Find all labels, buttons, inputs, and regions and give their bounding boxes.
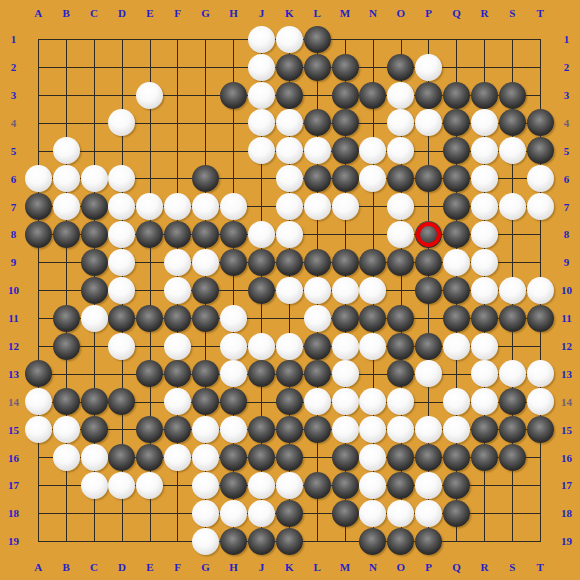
white-stone-M12: [332, 333, 359, 360]
black-stone-R16: [471, 444, 498, 471]
white-stone-J17: [248, 472, 275, 499]
col-label-top-C: C: [90, 7, 98, 19]
col-label-bottom-H: H: [229, 561, 238, 573]
white-stone-A6: [25, 165, 52, 192]
white-stone-C11: [81, 305, 108, 332]
row-label-right-19: 19: [561, 535, 572, 547]
white-stone-P17: [415, 472, 442, 499]
black-stone-S16: [499, 444, 526, 471]
white-stone-K10: [276, 277, 303, 304]
white-stone-R9: [471, 249, 498, 276]
white-stone-M7: [332, 193, 359, 220]
black-stone-T11: [527, 305, 554, 332]
black-stone-M18: [332, 500, 359, 527]
col-label-top-D: D: [118, 7, 126, 19]
white-stone-K1: [276, 26, 303, 53]
col-label-bottom-O: O: [397, 561, 406, 573]
black-stone-T4: [527, 109, 554, 136]
black-stone-H9: [220, 249, 247, 276]
black-stone-G10: [192, 277, 219, 304]
row-label-right-2: 2: [564, 61, 570, 73]
white-stone-P2: [415, 54, 442, 81]
white-stone-H11: [220, 305, 247, 332]
black-stone-A7: [25, 193, 52, 220]
white-stone-L5: [304, 137, 331, 164]
black-stone-K16: [276, 444, 303, 471]
black-stone-H16: [220, 444, 247, 471]
white-stone-T10: [527, 277, 554, 304]
col-label-top-A: A: [34, 7, 42, 19]
col-label-top-M: M: [340, 7, 350, 19]
black-stone-G8: [192, 221, 219, 248]
white-stone-M15: [332, 416, 359, 443]
white-stone-K12: [276, 333, 303, 360]
black-stone-Q10: [443, 277, 470, 304]
white-stone-F10: [164, 277, 191, 304]
white-stone-C17: [81, 472, 108, 499]
black-stone-J10: [248, 277, 275, 304]
last-move-marker: [416, 222, 441, 247]
white-stone-J2: [248, 54, 275, 81]
black-stone-P9: [415, 249, 442, 276]
black-stone-O11: [387, 305, 414, 332]
white-stone-R10: [471, 277, 498, 304]
black-stone-P19: [415, 528, 442, 555]
col-label-top-P: P: [425, 7, 432, 19]
row-label-left-3: 3: [11, 89, 17, 101]
black-stone-J19: [248, 528, 275, 555]
black-stone-K14: [276, 388, 303, 415]
black-stone-S3: [499, 82, 526, 109]
black-stone-E11: [136, 305, 163, 332]
white-stone-L7: [304, 193, 331, 220]
white-stone-H18: [220, 500, 247, 527]
black-stone-C9: [81, 249, 108, 276]
white-stone-H15: [220, 416, 247, 443]
black-stone-N3: [359, 82, 386, 109]
white-stone-T7: [527, 193, 554, 220]
row-label-left-5: 5: [11, 145, 17, 157]
col-label-bottom-E: E: [146, 561, 153, 573]
white-stone-D12: [108, 333, 135, 360]
col-label-top-L: L: [313, 7, 320, 19]
col-label-top-K: K: [285, 7, 294, 19]
black-stone-R15: [471, 416, 498, 443]
row-label-right-17: 17: [561, 479, 572, 491]
white-stone-J12: [248, 333, 275, 360]
white-stone-P18: [415, 500, 442, 527]
row-label-left-8: 8: [11, 228, 17, 240]
white-stone-R8: [471, 221, 498, 248]
black-stone-S11: [499, 305, 526, 332]
row-label-left-19: 19: [8, 535, 19, 547]
col-label-top-T: T: [537, 7, 544, 19]
black-stone-F11: [164, 305, 191, 332]
black-stone-G11: [192, 305, 219, 332]
row-label-left-12: 12: [8, 340, 19, 352]
col-label-top-S: S: [509, 7, 515, 19]
black-stone-N11: [359, 305, 386, 332]
black-stone-M17: [332, 472, 359, 499]
col-label-top-H: H: [229, 7, 238, 19]
white-stone-H12: [220, 333, 247, 360]
col-label-bottom-J: J: [259, 561, 265, 573]
row-label-left-13: 13: [8, 368, 19, 380]
black-stone-Q18: [443, 500, 470, 527]
row-label-right-18: 18: [561, 507, 572, 519]
white-stone-S5: [499, 137, 526, 164]
black-stone-K2: [276, 54, 303, 81]
black-stone-Q16: [443, 444, 470, 471]
white-stone-G18: [192, 500, 219, 527]
white-stone-T14: [527, 388, 554, 415]
white-stone-K17: [276, 472, 303, 499]
row-label-right-9: 9: [564, 256, 570, 268]
black-stone-C15: [81, 416, 108, 443]
row-label-right-13: 13: [561, 368, 572, 380]
black-stone-C8: [81, 221, 108, 248]
black-stone-B12: [53, 333, 80, 360]
white-stone-C16: [81, 444, 108, 471]
col-label-bottom-K: K: [285, 561, 294, 573]
row-label-right-8: 8: [564, 228, 570, 240]
black-stone-L15: [304, 416, 331, 443]
black-stone-O2: [387, 54, 414, 81]
black-stone-Q11: [443, 305, 470, 332]
row-label-right-12: 12: [561, 340, 572, 352]
black-stone-M6: [332, 165, 359, 192]
black-stone-N19: [359, 528, 386, 555]
white-stone-Q12: [443, 333, 470, 360]
white-stone-G9: [192, 249, 219, 276]
row-label-left-11: 11: [8, 312, 18, 324]
white-stone-R12: [471, 333, 498, 360]
black-stone-Q17: [443, 472, 470, 499]
black-stone-F8: [164, 221, 191, 248]
black-stone-R3: [471, 82, 498, 109]
white-stone-K4: [276, 109, 303, 136]
col-label-bottom-F: F: [174, 561, 181, 573]
row-label-right-5: 5: [564, 145, 570, 157]
black-stone-L4: [304, 109, 331, 136]
black-stone-K13: [276, 360, 303, 387]
black-stone-M3: [332, 82, 359, 109]
black-stone-Q8: [443, 221, 470, 248]
row-label-left-15: 15: [8, 424, 19, 436]
black-stone-Q3: [443, 82, 470, 109]
row-label-left-1: 1: [11, 33, 17, 45]
col-label-bottom-C: C: [90, 561, 98, 573]
black-stone-S14: [499, 388, 526, 415]
white-stone-M14: [332, 388, 359, 415]
col-label-bottom-N: N: [369, 561, 377, 573]
row-label-left-18: 18: [8, 507, 19, 519]
row-label-left-17: 17: [8, 479, 19, 491]
col-label-bottom-L: L: [313, 561, 320, 573]
col-label-bottom-B: B: [63, 561, 70, 573]
row-label-right-7: 7: [564, 201, 570, 213]
white-stone-F12: [164, 333, 191, 360]
row-label-right-1: 1: [564, 33, 570, 45]
black-stone-C10: [81, 277, 108, 304]
black-stone-J15: [248, 416, 275, 443]
row-label-right-4: 4: [564, 117, 570, 129]
white-stone-B5: [53, 137, 80, 164]
white-stone-J5: [248, 137, 275, 164]
black-stone-K9: [276, 249, 303, 276]
black-stone-L13: [304, 360, 331, 387]
white-stone-K6: [276, 165, 303, 192]
white-stone-T6: [527, 165, 554, 192]
white-stone-G16: [192, 444, 219, 471]
white-stone-H7: [220, 193, 247, 220]
black-stone-H19: [220, 528, 247, 555]
black-stone-K3: [276, 82, 303, 109]
black-stone-L17: [304, 472, 331, 499]
row-label-left-2: 2: [11, 61, 17, 73]
white-stone-J8: [248, 221, 275, 248]
white-stone-J3: [248, 82, 275, 109]
white-stone-M10: [332, 277, 359, 304]
black-stone-J16: [248, 444, 275, 471]
white-stone-R6: [471, 165, 498, 192]
white-stone-G17: [192, 472, 219, 499]
row-label-right-14: 14: [561, 396, 572, 408]
black-stone-L9: [304, 249, 331, 276]
black-stone-H8: [220, 221, 247, 248]
black-stone-L2: [304, 54, 331, 81]
white-stone-A14: [25, 388, 52, 415]
white-stone-B15: [53, 416, 80, 443]
white-stone-K8: [276, 221, 303, 248]
black-stone-M16: [332, 444, 359, 471]
col-label-top-B: B: [63, 7, 70, 19]
black-stone-O12: [387, 333, 414, 360]
col-label-top-E: E: [146, 7, 153, 19]
black-stone-M5: [332, 137, 359, 164]
white-stone-J18: [248, 500, 275, 527]
row-label-right-11: 11: [561, 312, 571, 324]
black-stone-L12: [304, 333, 331, 360]
black-stone-P3: [415, 82, 442, 109]
black-stone-B11: [53, 305, 80, 332]
row-label-left-6: 6: [11, 173, 17, 185]
row-label-left-16: 16: [8, 452, 19, 464]
black-stone-K18: [276, 500, 303, 527]
col-label-bottom-T: T: [537, 561, 544, 573]
black-stone-S15: [499, 416, 526, 443]
col-label-bottom-A: A: [34, 561, 42, 573]
white-stone-L11: [304, 305, 331, 332]
col-label-bottom-S: S: [509, 561, 515, 573]
col-label-bottom-Q: Q: [452, 561, 461, 573]
black-stone-M2: [332, 54, 359, 81]
col-label-top-G: G: [201, 7, 210, 19]
row-label-right-10: 10: [561, 284, 572, 296]
white-stone-S7: [499, 193, 526, 220]
black-stone-O9: [387, 249, 414, 276]
col-label-top-F: F: [174, 7, 181, 19]
black-stone-P12: [415, 333, 442, 360]
white-stone-E3: [136, 82, 163, 109]
white-stone-B16: [53, 444, 80, 471]
black-stone-L1: [304, 26, 331, 53]
black-stone-T15: [527, 416, 554, 443]
black-stone-T5: [527, 137, 554, 164]
white-stone-O18: [387, 500, 414, 527]
row-label-left-9: 9: [11, 256, 17, 268]
white-stone-A15: [25, 416, 52, 443]
row-label-left-4: 4: [11, 117, 17, 129]
row-label-right-6: 6: [564, 173, 570, 185]
black-stone-K15: [276, 416, 303, 443]
black-stone-Q7: [443, 193, 470, 220]
white-stone-B7: [53, 193, 80, 220]
go-board-app: AABBCCDDEEFFGGHHJJKKLLMMNNOOPPQQRRSSTT11…: [0, 0, 580, 580]
black-stone-D11: [108, 305, 135, 332]
row-label-left-14: 14: [8, 396, 19, 408]
white-stone-F9: [164, 249, 191, 276]
white-stone-B6: [53, 165, 80, 192]
row-label-left-7: 7: [11, 201, 17, 213]
white-stone-R7: [471, 193, 498, 220]
white-stone-M13: [332, 360, 359, 387]
col-label-bottom-D: D: [118, 561, 126, 573]
white-stone-L10: [304, 277, 331, 304]
col-label-top-Q: Q: [452, 7, 461, 19]
col-label-top-R: R: [480, 7, 488, 19]
black-stone-B8: [53, 221, 80, 248]
col-label-top-J: J: [259, 7, 265, 19]
white-stone-C6: [81, 165, 108, 192]
black-stone-B14: [53, 388, 80, 415]
black-stone-H17: [220, 472, 247, 499]
white-stone-Q9: [443, 249, 470, 276]
col-label-bottom-M: M: [340, 561, 350, 573]
black-stone-A13: [25, 360, 52, 387]
black-stone-M4: [332, 109, 359, 136]
black-stone-P10: [415, 277, 442, 304]
black-stone-H3: [220, 82, 247, 109]
row-label-right-3: 3: [564, 89, 570, 101]
white-stone-G19: [192, 528, 219, 555]
col-label-bottom-P: P: [425, 561, 432, 573]
black-stone-M9: [332, 249, 359, 276]
row-label-right-15: 15: [561, 424, 572, 436]
black-stone-R11: [471, 305, 498, 332]
white-stone-S10: [499, 277, 526, 304]
black-stone-C14: [81, 388, 108, 415]
white-stone-T13: [527, 360, 554, 387]
row-label-right-16: 16: [561, 452, 572, 464]
black-stone-O19: [387, 528, 414, 555]
black-stone-L6: [304, 165, 331, 192]
black-stone-J9: [248, 249, 275, 276]
col-label-bottom-G: G: [201, 561, 210, 573]
white-stone-K5: [276, 137, 303, 164]
white-stone-L14: [304, 388, 331, 415]
white-stone-J1: [248, 26, 275, 53]
col-label-bottom-R: R: [480, 561, 488, 573]
black-stone-M11: [332, 305, 359, 332]
col-label-top-N: N: [369, 7, 377, 19]
white-stone-D10: [108, 277, 135, 304]
row-label-left-10: 10: [8, 284, 19, 296]
white-stone-N10: [359, 277, 386, 304]
black-stone-C7: [81, 193, 108, 220]
col-label-top-O: O: [397, 7, 406, 19]
white-stone-N12: [359, 333, 386, 360]
white-stone-O3: [387, 82, 414, 109]
black-stone-K19: [276, 528, 303, 555]
black-stone-A8: [25, 221, 52, 248]
white-stone-K7: [276, 193, 303, 220]
